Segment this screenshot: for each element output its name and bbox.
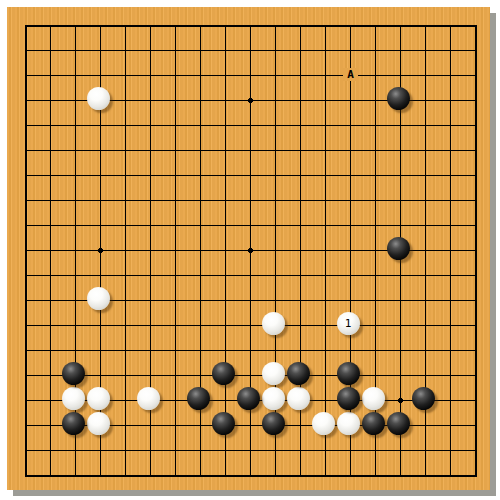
stone-white [262, 362, 285, 385]
stone-white [312, 412, 335, 435]
stone-black [387, 237, 410, 260]
star-point [248, 248, 253, 253]
stone-white [62, 387, 85, 410]
star-point [98, 248, 103, 253]
stone-black [62, 362, 85, 385]
stone-white [137, 387, 160, 410]
stone-black [262, 412, 285, 435]
stone-black [212, 412, 235, 435]
stone-white [262, 312, 285, 335]
stone-black [387, 87, 410, 110]
stone-white [87, 287, 110, 310]
star-point [248, 98, 253, 103]
stone-white [87, 412, 110, 435]
move-number-label: 1 [345, 318, 352, 329]
stone-black [337, 362, 360, 385]
stone-white [87, 87, 110, 110]
stone-black [237, 387, 260, 410]
stone-black [337, 387, 360, 410]
stone-black [187, 387, 210, 410]
stone-white [87, 387, 110, 410]
stone-black [62, 412, 85, 435]
stone-white [287, 387, 310, 410]
go-app-window: 1 A [0, 0, 500, 500]
stone-white [362, 387, 385, 410]
stone-black [362, 412, 385, 435]
stone-white [337, 412, 360, 435]
stone-black [287, 362, 310, 385]
board-annotation-A: A [343, 68, 358, 81]
stone-black [412, 387, 435, 410]
stone-white: 1 [337, 312, 360, 335]
stone-black [212, 362, 235, 385]
stone-black [387, 412, 410, 435]
stone-white [262, 387, 285, 410]
star-point [398, 398, 403, 403]
